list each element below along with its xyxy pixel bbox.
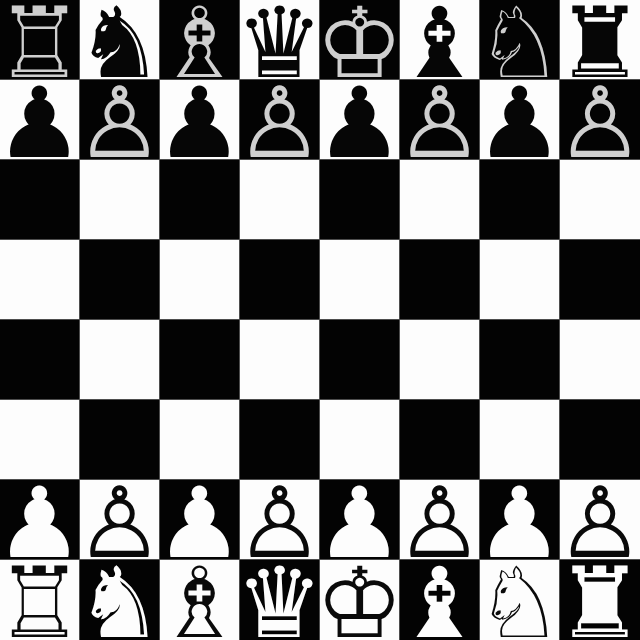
square-e6[interactable] [320, 160, 400, 240]
square-e4[interactable] [320, 320, 400, 400]
square-f6[interactable] [400, 160, 480, 240]
square-b1[interactable]: ♞ [80, 560, 160, 640]
square-h4[interactable] [560, 320, 640, 400]
square-h1[interactable]: ♜ [560, 560, 640, 640]
square-f3[interactable] [400, 400, 480, 480]
white-king: ♔ [316, 554, 404, 640]
black-pawn: ♟ [0, 74, 83, 172]
square-g8[interactable]: ♘ [480, 0, 560, 80]
square-a8[interactable]: ♖ [0, 0, 80, 80]
square-f2[interactable]: ♙ [400, 480, 480, 560]
square-c4[interactable] [160, 320, 240, 400]
square-b5[interactable] [80, 240, 160, 320]
square-c3[interactable] [160, 400, 240, 480]
square-c2[interactable]: ♟ [160, 480, 240, 560]
square-a3[interactable] [0, 400, 80, 480]
square-f1[interactable]: ♝ [400, 560, 480, 640]
square-f8[interactable]: ♝ [400, 0, 480, 80]
square-c5[interactable] [160, 240, 240, 320]
black-pawn: ♙ [556, 74, 640, 172]
black-pawn: ♟ [316, 74, 404, 172]
white-pawn: ♙ [396, 474, 484, 572]
square-d8[interactable]: ♛ [240, 0, 320, 80]
square-h3[interactable] [560, 400, 640, 480]
square-d3[interactable] [240, 400, 320, 480]
white-pawn: ♙ [556, 474, 640, 572]
square-a6[interactable] [0, 160, 80, 240]
white-pawn: ♙ [236, 474, 324, 572]
square-g1[interactable]: ♘ [480, 560, 560, 640]
square-e5[interactable] [320, 240, 400, 320]
square-f5[interactable] [400, 240, 480, 320]
white-rook: ♖ [0, 554, 83, 640]
white-knight: ♘ [476, 554, 564, 640]
black-rook: ♜ [556, 0, 640, 92]
square-d1[interactable]: ♛ [240, 560, 320, 640]
white-bishop: ♗ [156, 554, 244, 640]
square-b2[interactable]: ♙ [80, 480, 160, 560]
square-h7[interactable]: ♙ [560, 80, 640, 160]
square-b8[interactable]: ♞ [80, 0, 160, 80]
square-g7[interactable]: ♟ [480, 80, 560, 160]
square-b3[interactable] [80, 400, 160, 480]
square-c1[interactable]: ♗ [160, 560, 240, 640]
black-queen: ♛ [236, 0, 324, 92]
square-d6[interactable] [240, 160, 320, 240]
white-pawn: ♟ [476, 474, 564, 572]
white-bishop: ♝ [396, 554, 484, 640]
black-pawn: ♟ [156, 74, 244, 172]
black-king: ♔ [316, 0, 404, 92]
square-b4[interactable] [80, 320, 160, 400]
white-knight: ♞ [76, 554, 164, 640]
square-e3[interactable] [320, 400, 400, 480]
white-queen: ♛ [236, 554, 324, 640]
black-pawn: ♙ [76, 74, 164, 172]
white-pawn: ♟ [316, 474, 404, 572]
square-g3[interactable] [480, 400, 560, 480]
square-g5[interactable] [480, 240, 560, 320]
square-b6[interactable] [80, 160, 160, 240]
square-c6[interactable] [160, 160, 240, 240]
square-e7[interactable]: ♟ [320, 80, 400, 160]
white-pawn: ♟ [0, 474, 83, 572]
black-rook: ♖ [0, 0, 83, 92]
square-h5[interactable] [560, 240, 640, 320]
white-pawn: ♟ [156, 474, 244, 572]
square-a7[interactable]: ♟ [0, 80, 80, 160]
square-g4[interactable] [480, 320, 560, 400]
square-e1[interactable]: ♔ [320, 560, 400, 640]
white-pawn: ♙ [76, 474, 164, 572]
square-a5[interactable] [0, 240, 80, 320]
square-b7[interactable]: ♙ [80, 80, 160, 160]
square-g2[interactable]: ♟ [480, 480, 560, 560]
black-pawn: ♙ [396, 74, 484, 172]
black-pawn: ♟ [476, 74, 564, 172]
square-e8[interactable]: ♔ [320, 0, 400, 80]
square-d4[interactable] [240, 320, 320, 400]
square-f4[interactable] [400, 320, 480, 400]
black-pawn: ♙ [236, 74, 324, 172]
square-a4[interactable] [0, 320, 80, 400]
square-f7[interactable]: ♙ [400, 80, 480, 160]
square-d2[interactable]: ♙ [240, 480, 320, 560]
square-h8[interactable]: ♜ [560, 0, 640, 80]
chess-board: ♖♞♗♛♔♝♘♜♟♙♟♙♟♙♟♙♟♙♟♙♟♙♟♙♖♞♗♛♔♝♘♜ [0, 0, 640, 640]
black-knight: ♞ [76, 0, 164, 92]
black-bishop: ♗ [156, 0, 244, 92]
black-bishop: ♝ [396, 0, 484, 92]
square-d7[interactable]: ♙ [240, 80, 320, 160]
white-rook: ♜ [556, 554, 640, 640]
square-h6[interactable] [560, 160, 640, 240]
square-a2[interactable]: ♟ [0, 480, 80, 560]
square-c8[interactable]: ♗ [160, 0, 240, 80]
square-e2[interactable]: ♟ [320, 480, 400, 560]
square-h2[interactable]: ♙ [560, 480, 640, 560]
black-knight: ♘ [476, 0, 564, 92]
square-g6[interactable] [480, 160, 560, 240]
square-d5[interactable] [240, 240, 320, 320]
square-a1[interactable]: ♖ [0, 560, 80, 640]
square-c7[interactable]: ♟ [160, 80, 240, 160]
